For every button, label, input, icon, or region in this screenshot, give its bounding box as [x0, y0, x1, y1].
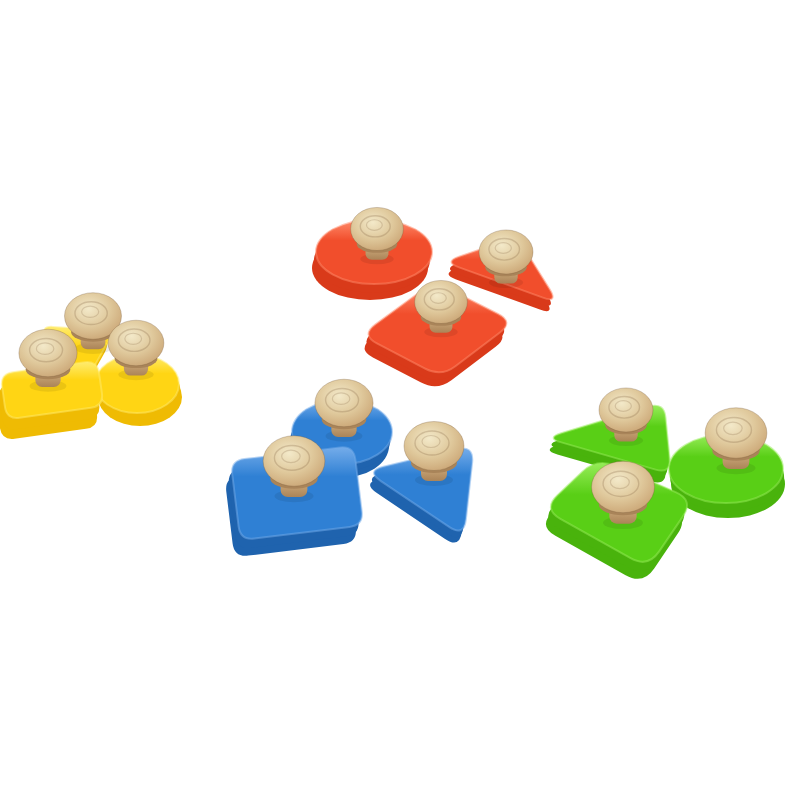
page: { "game": "wooden-shape-sorting-knob-puz… — [0, 0, 800, 800]
knob-head — [479, 230, 533, 274]
knob-head — [705, 408, 767, 458]
red-circle-piece — [312, 207, 432, 300]
knob-head — [404, 422, 464, 471]
knob-head — [19, 329, 77, 377]
blue-square-piece — [226, 436, 362, 556]
knob-head — [599, 388, 653, 432]
scene-svg — [0, 0, 800, 800]
green-square-piece — [546, 461, 687, 579]
knob-head — [351, 207, 404, 250]
knob-head — [263, 436, 325, 486]
knob-head — [415, 280, 468, 323]
knob-head — [315, 379, 373, 427]
knob-head — [108, 320, 164, 366]
knob-head — [592, 461, 655, 512]
product-photo-canvas — [0, 0, 800, 800]
